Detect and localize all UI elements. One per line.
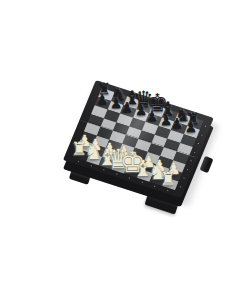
piece-shadow [124, 102, 140, 107]
piece-black-pawn: ♟ [171, 117, 183, 131]
piece-black-knight: ♞ [111, 86, 126, 103]
piece-black-knight: ♞ [175, 106, 190, 123]
piece-black-pawn: ♟ [110, 97, 122, 111]
piece-shadow [185, 131, 197, 135]
piece-shadow [152, 170, 165, 174]
piece-white-bishop: ♝ [98, 146, 118, 168]
piece-shadow [71, 154, 86, 159]
pieces-layer: ♜♞♝♛♚♝♞♜♟♟♟♟♟♟♟♟♟♟♟♟♟♟♟♟♜♞♝♛♚♝♞♜ [0, 0, 240, 303]
piece-shadow [166, 174, 179, 178]
piece-shadow [117, 157, 130, 161]
piece-shadow [106, 166, 129, 173]
piece-shadow [127, 163, 140, 167]
piece-shadow [110, 107, 122, 111]
piece-white-bishop: ♝ [133, 157, 153, 179]
piece-white-queen: ♛ [106, 146, 130, 173]
piece-white-pawn: ♟ [167, 163, 181, 179]
piece-black-rook: ♜ [186, 112, 200, 127]
piece-shadow [160, 124, 172, 128]
piece-white-pawn: ♟ [153, 159, 167, 175]
piece-black-queen: ♛ [133, 89, 153, 112]
piece-black-pawn: ♟ [146, 110, 158, 124]
piece-black-bishop: ♝ [124, 88, 141, 107]
piece-shadow [97, 163, 116, 169]
piece-white-rook: ♜ [160, 170, 176, 188]
piece-shadow [110, 99, 125, 103]
piece-white-rook: ♜ [71, 140, 87, 158]
piece-shadow [159, 113, 175, 118]
piece-white-pawn: ♟ [142, 155, 156, 171]
piece-white-pawn: ♟ [128, 151, 142, 167]
piece-shadow [142, 167, 155, 171]
piece-black-bishop: ♝ [160, 99, 177, 118]
piece-shadow [88, 150, 101, 154]
piece-white-pawn: ♟ [103, 142, 117, 158]
piece-black-pawn: ♟ [96, 93, 108, 107]
piece-shadow [77, 146, 90, 150]
piece-shadow [97, 93, 110, 97]
piece-shadow [186, 123, 199, 127]
piece-shadow [170, 128, 182, 132]
piece-white-pawn: ♟ [88, 138, 102, 154]
piece-shadow [174, 119, 189, 123]
piece-shadow [145, 120, 157, 124]
piece-shadow [146, 109, 167, 115]
piece-shadow [160, 184, 175, 189]
piece-white-pawn: ♟ [117, 146, 131, 162]
piece-black-king: ♚ [147, 91, 169, 115]
product-photo: ♜♞♝♛♚♝♞♜♟♟♟♟♟♟♟♟♟♟♟♟♟♟♟♟♜♞♝♛♚♝♞♜ [0, 0, 240, 303]
piece-shadow [121, 111, 133, 115]
piece-white-king: ♚ [120, 148, 146, 177]
piece-white-pawn: ♟ [78, 135, 92, 151]
piece-black-rook: ♜ [97, 82, 111, 97]
piece-black-pawn: ♟ [135, 104, 147, 118]
piece-shadow [84, 157, 101, 162]
piece-shadow [133, 174, 152, 180]
piece-shadow [119, 169, 143, 176]
piece-black-pawn: ♟ [160, 113, 172, 127]
piece-white-knight: ♞ [148, 163, 166, 183]
piece-black-pawn: ♟ [185, 121, 197, 135]
piece-shadow [148, 178, 165, 183]
piece-black-pawn: ♟ [121, 100, 133, 114]
piece-shadow [102, 154, 115, 158]
piece-shadow [96, 103, 108, 107]
piece-shadow [133, 106, 152, 112]
piece-shadow [135, 114, 147, 118]
piece-white-knight: ♞ [84, 142, 102, 162]
